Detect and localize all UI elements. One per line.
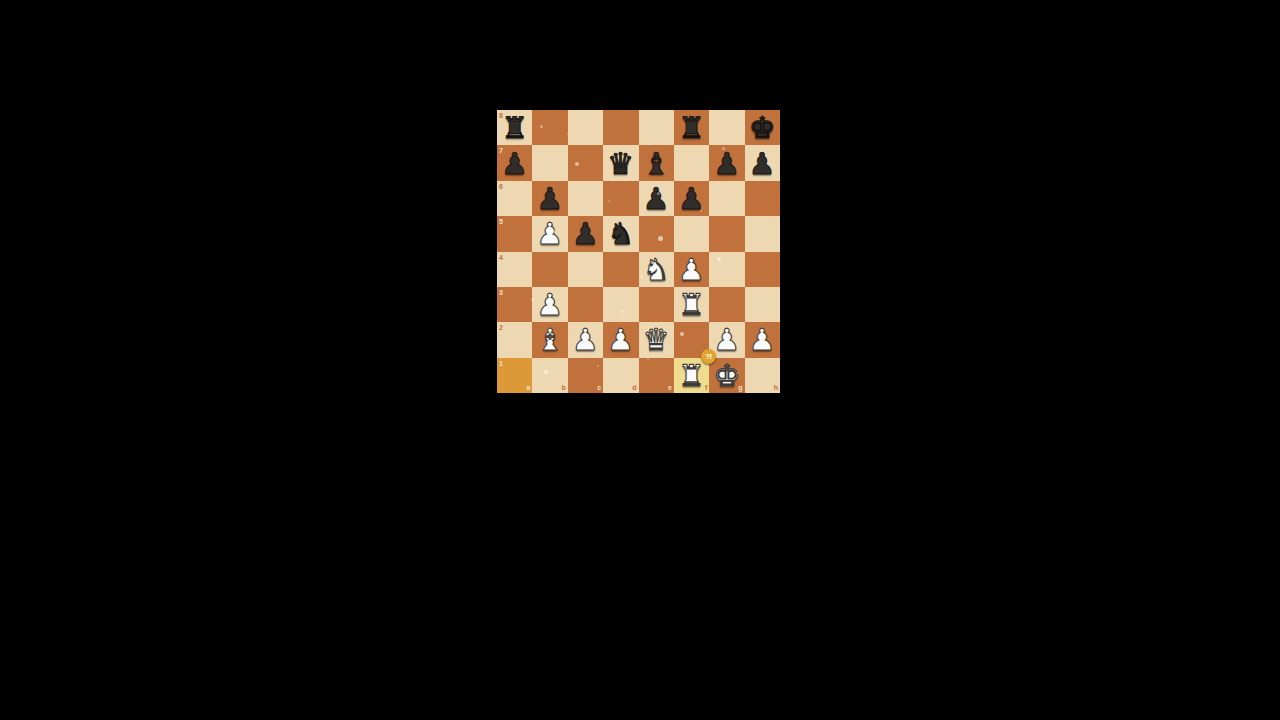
square-g6[interactable]	[709, 181, 744, 216]
square-a2[interactable]: 2	[497, 322, 532, 357]
piece-white-rook[interactable]: ♜	[678, 287, 705, 322]
square-c4[interactable]	[568, 252, 603, 287]
square-a1[interactable]: 1a	[497, 358, 532, 393]
piece-black-queen[interactable]: ♛	[607, 146, 634, 181]
square-d4[interactable]	[603, 252, 638, 287]
piece-black-pawn[interactable]: ♟	[572, 216, 599, 251]
rank-label-1: 1	[499, 360, 503, 367]
square-g8[interactable]	[709, 110, 744, 145]
square-h1[interactable]: h	[745, 358, 780, 393]
file-label-c: c	[597, 384, 601, 391]
square-d6[interactable]	[603, 181, 638, 216]
piece-white-pawn[interactable]: ♟	[572, 322, 599, 357]
piece-white-pawn[interactable]: ♟	[678, 252, 705, 287]
file-label-a: a	[526, 384, 530, 391]
piece-black-pawn[interactable]: ♟	[537, 181, 564, 216]
square-f8[interactable]: ♜	[674, 110, 709, 145]
chess-board: 8♜♜♚7♟♛♝♟♟6♟♟♟5♟♟♞4♞♟3♟♜2♝♟♟♛♟♟1abcdef♜g…	[497, 110, 780, 393]
square-f7[interactable]	[674, 145, 709, 180]
square-h8[interactable]: ♚	[745, 110, 780, 145]
square-e5[interactable]	[639, 216, 674, 251]
square-f3[interactable]: ♜	[674, 287, 709, 322]
square-c5[interactable]: ♟	[568, 216, 603, 251]
square-b5[interactable]: ♟	[532, 216, 567, 251]
square-f5[interactable]	[674, 216, 709, 251]
square-g4[interactable]	[709, 252, 744, 287]
square-c3[interactable]	[568, 287, 603, 322]
square-h2[interactable]: ♟	[745, 322, 780, 357]
square-a7[interactable]: 7♟	[497, 145, 532, 180]
square-e1[interactable]: e	[639, 358, 674, 393]
square-d8[interactable]	[603, 110, 638, 145]
square-d2[interactable]: ♟	[603, 322, 638, 357]
square-b4[interactable]	[532, 252, 567, 287]
square-h3[interactable]	[745, 287, 780, 322]
piece-white-pawn[interactable]: ♟	[607, 322, 634, 357]
piece-black-bishop[interactable]: ♝	[643, 146, 670, 181]
piece-white-bishop[interactable]: ♝	[537, 322, 564, 357]
square-d3[interactable]	[603, 287, 638, 322]
square-h6[interactable]	[745, 181, 780, 216]
piece-black-pawn[interactable]: ♟	[749, 146, 776, 181]
square-a4[interactable]: 4	[497, 252, 532, 287]
square-h4[interactable]	[745, 252, 780, 287]
piece-black-pawn[interactable]: ♟	[678, 181, 705, 216]
square-c8[interactable]	[568, 110, 603, 145]
square-d5[interactable]: ♞	[603, 216, 638, 251]
piece-white-rook[interactable]: ♜	[678, 358, 705, 393]
piece-white-knight[interactable]: ♞	[643, 252, 670, 287]
square-d7[interactable]: ♛	[603, 145, 638, 180]
piece-white-king[interactable]: ♚	[713, 358, 740, 393]
rank-label-4: 4	[499, 254, 503, 261]
rank-label-2: 2	[499, 324, 503, 331]
inaccuracy-badge: ?!	[701, 349, 716, 364]
square-e8[interactable]	[639, 110, 674, 145]
piece-black-pawn[interactable]: ♟	[501, 146, 528, 181]
rank-label-5: 5	[499, 218, 503, 225]
rank-label-3: 3	[499, 289, 503, 296]
square-f4[interactable]: ♟	[674, 252, 709, 287]
square-a8[interactable]: 8♜	[497, 110, 532, 145]
square-d1[interactable]: d	[603, 358, 638, 393]
piece-white-pawn[interactable]: ♟	[749, 322, 776, 357]
square-b7[interactable]	[532, 145, 567, 180]
square-c6[interactable]	[568, 181, 603, 216]
piece-black-pawn[interactable]: ♟	[713, 146, 740, 181]
square-b6[interactable]: ♟	[532, 181, 567, 216]
square-b1[interactable]: b	[532, 358, 567, 393]
piece-black-rook[interactable]: ♜	[678, 110, 705, 145]
square-b3[interactable]: ♟	[532, 287, 567, 322]
square-c1[interactable]: c	[568, 358, 603, 393]
piece-black-king[interactable]: ♚	[749, 110, 776, 145]
board-grid: 8♜♜♚7♟♛♝♟♟6♟♟♟5♟♟♞4♞♟3♟♜2♝♟♟♛♟♟1abcdef♜g…	[497, 110, 780, 393]
rank-label-6: 6	[499, 183, 503, 190]
square-a6[interactable]: 6	[497, 181, 532, 216]
square-b8[interactable]	[532, 110, 567, 145]
piece-black-rook[interactable]: ♜	[501, 110, 528, 145]
file-label-b: b	[561, 384, 565, 391]
piece-white-pawn[interactable]: ♟	[537, 216, 564, 251]
square-e7[interactable]: ♝	[639, 145, 674, 180]
square-g5[interactable]	[709, 216, 744, 251]
square-e6[interactable]: ♟	[639, 181, 674, 216]
square-f6[interactable]: ♟	[674, 181, 709, 216]
file-label-f: f	[705, 384, 707, 391]
piece-black-knight[interactable]: ♞	[607, 216, 634, 251]
file-label-h: h	[774, 384, 778, 391]
piece-white-pawn[interactable]: ♟	[713, 322, 740, 357]
square-c7[interactable]	[568, 145, 603, 180]
file-label-e: e	[668, 384, 672, 391]
file-label-d: d	[632, 384, 636, 391]
square-a3[interactable]: 3	[497, 287, 532, 322]
square-e3[interactable]	[639, 287, 674, 322]
piece-white-pawn[interactable]: ♟	[537, 287, 564, 322]
piece-white-queen[interactable]: ♛	[643, 322, 670, 357]
square-g3[interactable]	[709, 287, 744, 322]
square-h7[interactable]: ♟	[745, 145, 780, 180]
square-g1[interactable]: g♚	[709, 358, 744, 393]
square-g7[interactable]: ♟	[709, 145, 744, 180]
piece-black-pawn[interactable]: ♟	[643, 181, 670, 216]
square-e4[interactable]: ♞	[639, 252, 674, 287]
square-h5[interactable]	[745, 216, 780, 251]
square-a5[interactable]: 5	[497, 216, 532, 251]
square-c2[interactable]: ♟	[568, 322, 603, 357]
square-e2[interactable]: ♛	[639, 322, 674, 357]
square-b2[interactable]: ♝	[532, 322, 567, 357]
